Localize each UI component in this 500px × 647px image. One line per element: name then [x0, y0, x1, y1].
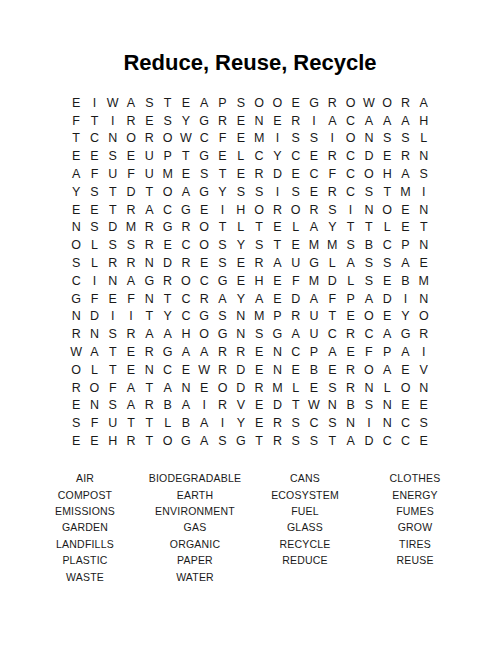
grid-cell-r18c16: B	[341, 397, 359, 415]
grid-cell-r4c1: E	[67, 147, 85, 165]
grid-cell-r8c1: N	[67, 219, 85, 237]
grid-cell-r2c10: E	[232, 112, 250, 130]
grid-cell-r19c8: A	[195, 414, 213, 432]
grid-cell-r9c15: M	[323, 236, 341, 254]
grid-cell-r12c2: F	[85, 290, 103, 308]
grid-cell-r4c9: E	[213, 147, 231, 165]
grid-cell-r20c4: R	[122, 432, 140, 450]
grid-cell-r10c19: A	[396, 254, 414, 272]
grid-cell-r10c16: A	[341, 254, 359, 272]
grid-cell-r18c10: V	[232, 397, 250, 415]
grid-cell-r7c15: S	[323, 201, 341, 219]
grid-cell-r14c10: N	[232, 325, 250, 343]
grid-cell-r1c16: O	[341, 94, 359, 112]
grid-cell-r2c15: A	[323, 112, 341, 130]
grid-cell-r5c6: M	[158, 165, 176, 183]
grid-cell-r13c4: I	[122, 308, 140, 326]
grid-cell-r20c3: H	[104, 432, 122, 450]
grid-cell-r16c17: O	[360, 361, 378, 379]
grid-cell-r1c11: O	[250, 94, 268, 112]
grid-cell-r12c17: A	[360, 290, 378, 308]
grid-cell-r3c11: M	[250, 130, 268, 148]
word-gas: GAS	[140, 519, 250, 535]
grid-cell-r17c8: E	[195, 379, 213, 397]
grid-cell-r8c11: T	[250, 219, 268, 237]
grid-cell-r16c14: B	[305, 361, 323, 379]
word-garden: GARDEN	[30, 519, 140, 535]
grid-cell-r4c14: E	[305, 147, 323, 165]
grid-cell-r3c20: L	[415, 130, 433, 148]
word-landfills: LANDFILLS	[30, 536, 140, 552]
grid-cell-r14c19: G	[396, 325, 414, 343]
grid-cell-r1c20: A	[415, 94, 433, 112]
grid-cell-r1c6: T	[158, 94, 176, 112]
grid-cell-r8c7: R	[177, 219, 195, 237]
grid-cell-r16c3: T	[104, 361, 122, 379]
grid-cell-r4c16: C	[341, 147, 359, 165]
grid-cell-r8c9: T	[213, 219, 231, 237]
grid-cell-r2c3: I	[104, 112, 122, 130]
grid-cell-r20c11: T	[250, 432, 268, 450]
grid-cell-r13c7: C	[177, 308, 195, 326]
grid-cell-r5c16: C	[341, 165, 359, 183]
grid-cell-r3c12: I	[268, 130, 286, 148]
grid-cell-r11c1: C	[67, 272, 85, 290]
grid-cell-r19c11: E	[250, 414, 268, 432]
grid-cell-r19c16: N	[341, 414, 359, 432]
grid-cell-r8c6: G	[158, 219, 176, 237]
grid-cell-r13c18: E	[378, 308, 396, 326]
grid-cell-r13c8: G	[195, 308, 213, 326]
grid-cell-r19c20: S	[415, 414, 433, 432]
grid-cell-r6c11: S	[250, 183, 268, 201]
word-environment: ENVIRONMENT	[140, 503, 250, 519]
grid-cell-r6c2: S	[85, 183, 103, 201]
grid-cell-r9c17: B	[360, 236, 378, 254]
grid-cell-r8c16: T	[341, 219, 359, 237]
grid-cell-r5c3: U	[104, 165, 122, 183]
grid-cell-r7c8: E	[195, 201, 213, 219]
grid-cell-r14c4: R	[122, 325, 140, 343]
grid-cell-r2c5: E	[140, 112, 158, 130]
grid-cell-r3c10: E	[232, 130, 250, 148]
grid-cell-r20c19: C	[396, 432, 414, 450]
grid-cell-r5c13: E	[287, 165, 305, 183]
grid-cell-r10c17: S	[360, 254, 378, 272]
grid-cell-r13c3: I	[104, 308, 122, 326]
grid-cell-r20c13: S	[287, 432, 305, 450]
grid-cell-r5c11: R	[250, 165, 268, 183]
grid-cell-r18c3: S	[104, 397, 122, 415]
grid-cell-r12c20: N	[415, 290, 433, 308]
grid-cell-r16c5: N	[140, 361, 158, 379]
grid-cell-r12c18: D	[378, 290, 396, 308]
grid-cell-r12c16: P	[341, 290, 359, 308]
puzzle-title: Reduce, Reuse, Recycle	[0, 50, 500, 76]
grid-cell-r4c3: S	[104, 147, 122, 165]
grid-cell-r19c13: S	[287, 414, 305, 432]
grid-cell-r12c15: F	[323, 290, 341, 308]
grid-cell-r14c20: R	[415, 325, 433, 343]
grid-cell-r14c3: S	[104, 325, 122, 343]
grid-cell-r19c6: L	[158, 414, 176, 432]
grid-cell-r1c14: G	[305, 94, 323, 112]
grid-cell-r9c13: E	[287, 236, 305, 254]
grid-cell-r12c6: T	[158, 290, 176, 308]
grid-cell-r3c9: F	[213, 130, 231, 148]
grid-cell-r11c3: N	[104, 272, 122, 290]
grid-cell-r14c2: N	[85, 325, 103, 343]
grid-cell-r1c5: S	[140, 94, 158, 112]
grid-cell-r11c11: H	[250, 272, 268, 290]
grid-cell-r19c18: N	[378, 414, 396, 432]
grid-cell-r2c8: G	[195, 112, 213, 130]
grid-cell-r20c9: S	[213, 432, 231, 450]
grid-cell-r12c11: A	[250, 290, 268, 308]
grid-cell-r14c14: U	[305, 325, 323, 343]
grid-cell-r15c5: R	[140, 343, 158, 361]
grid-cell-r4c10: L	[232, 147, 250, 165]
grid-cell-r1c19: R	[396, 94, 414, 112]
grid-cell-r12c4: F	[122, 290, 140, 308]
grid-cell-r9c16: S	[341, 236, 359, 254]
grid-cell-r2c17: A	[360, 112, 378, 130]
grid-cell-r5c19: A	[396, 165, 414, 183]
grid-cell-r19c15: S	[323, 414, 341, 432]
grid-cell-r2c11: N	[250, 112, 268, 130]
grid-cell-r2c20: H	[415, 112, 433, 130]
grid-cell-r19c5: T	[140, 414, 158, 432]
grid-cell-r9c9: S	[213, 236, 231, 254]
grid-cell-r5c4: F	[122, 165, 140, 183]
word-list: AIRBIODEGRADABLECANSCLOTHESCOMPOSTEARTHE…	[30, 470, 470, 585]
grid-cell-r18c6: B	[158, 397, 176, 415]
grid-cell-r10c12: A	[268, 254, 286, 272]
grid-cell-r14c5: A	[140, 325, 158, 343]
grid-cell-r2c1: F	[67, 112, 85, 130]
grid-cell-r10c14: G	[305, 254, 323, 272]
grid-cell-r7c7: G	[177, 201, 195, 219]
grid-cell-r4c17: D	[360, 147, 378, 165]
grid-cell-r12c19: I	[396, 290, 414, 308]
grid-cell-r2c14: I	[305, 112, 323, 130]
grid-cell-r9c11: S	[250, 236, 268, 254]
grid-cell-r17c12: M	[268, 379, 286, 397]
word-earth: EARTH	[140, 486, 250, 502]
grid-cell-r8c15: Y	[323, 219, 341, 237]
grid-cell-r7c2: E	[85, 201, 103, 219]
grid-cell-r6c14: E	[305, 183, 323, 201]
grid-cell-r1c7: E	[177, 94, 195, 112]
grid-cell-r4c5: U	[140, 147, 158, 165]
grid-cell-r6c8: G	[195, 183, 213, 201]
grid-cell-r5c2: F	[85, 165, 103, 183]
grid-cell-r17c14: E	[305, 379, 323, 397]
grid-cell-r11c7: O	[177, 272, 195, 290]
grid-cell-r1c2: I	[85, 94, 103, 112]
grid-cell-r17c5: T	[140, 379, 158, 397]
grid-cell-r4c18: E	[378, 147, 396, 165]
grid-cell-r19c12: R	[268, 414, 286, 432]
grid-cell-r3c3: N	[104, 130, 122, 148]
grid-cell-r4c8: G	[195, 147, 213, 165]
grid-cell-r16c20: V	[415, 361, 433, 379]
grid-cell-r9c1: O	[67, 236, 85, 254]
grid-cell-r10c1: S	[67, 254, 85, 272]
grid-cell-r15c19: A	[396, 343, 414, 361]
word-grow: GROW	[360, 519, 470, 535]
grid-cell-r1c18: O	[378, 94, 396, 112]
grid-cell-r19c4: T	[122, 414, 140, 432]
grid-cell-r1c4: A	[122, 94, 140, 112]
letter-grid: EIWASTEAPSOOEGROWORAFTIRESYGRENERIACAAAH…	[67, 94, 433, 450]
grid-cell-r19c3: U	[104, 414, 122, 432]
grid-cell-r3c2: C	[85, 130, 103, 148]
word-recycle: RECYCLE	[250, 536, 360, 552]
grid-cell-r11c12: E	[268, 272, 286, 290]
grid-cell-r11c2: I	[85, 272, 103, 290]
word-air: AIR	[30, 470, 140, 486]
grid-cell-r11c15: D	[323, 272, 341, 290]
grid-cell-r6c6: O	[158, 183, 176, 201]
grid-cell-r20c2: E	[85, 432, 103, 450]
grid-cell-r11c4: A	[122, 272, 140, 290]
word-waste: WASTE	[30, 568, 140, 584]
grid-cell-r2c7: Y	[177, 112, 195, 130]
grid-cell-r13c16: E	[341, 308, 359, 326]
grid-cell-r20c1: E	[67, 432, 85, 450]
grid-cell-r7c4: R	[122, 201, 140, 219]
grid-cell-r3c1: T	[67, 130, 85, 148]
grid-cell-r18c2: N	[85, 397, 103, 415]
grid-cell-r15c12: N	[268, 343, 286, 361]
grid-cell-r7c14: R	[305, 201, 323, 219]
grid-cell-r7c11: O	[250, 201, 268, 219]
grid-cell-r9c10: Y	[232, 236, 250, 254]
grid-cell-r17c4: A	[122, 379, 140, 397]
grid-cell-r6c13: S	[287, 183, 305, 201]
grid-cell-r14c15: C	[323, 325, 341, 343]
grid-cell-r17c18: L	[378, 379, 396, 397]
grid-cell-r1c3: W	[104, 94, 122, 112]
grid-cell-r8c2: S	[85, 219, 103, 237]
grid-cell-r11c19: B	[396, 272, 414, 290]
grid-cell-r8c14: A	[305, 219, 323, 237]
grid-cell-r16c2: L	[85, 361, 103, 379]
grid-cell-r3c17: N	[360, 130, 378, 148]
grid-cell-r8c17: T	[360, 219, 378, 237]
grid-cell-r3c7: W	[177, 130, 195, 148]
grid-cell-r8c18: L	[378, 219, 396, 237]
grid-cell-r11c16: L	[341, 272, 359, 290]
grid-cell-r9c18: C	[378, 236, 396, 254]
grid-cell-r16c11: E	[250, 361, 268, 379]
grid-cell-r8c13: L	[287, 219, 305, 237]
grid-cell-r3c6: O	[158, 130, 176, 148]
grid-cell-r5c8: S	[195, 165, 213, 183]
word-biodegradable: BIODEGRADABLE	[140, 470, 250, 486]
grid-cell-r18c19: E	[396, 397, 414, 415]
grid-cell-r4c4: E	[122, 147, 140, 165]
grid-cell-r13c6: Y	[158, 308, 176, 326]
grid-cell-r9c5: R	[140, 236, 158, 254]
grid-cell-r12c7: C	[177, 290, 195, 308]
grid-cell-r5c14: C	[305, 165, 323, 183]
grid-cell-r20c7: G	[177, 432, 195, 450]
grid-cell-r7c3: T	[104, 201, 122, 219]
grid-cell-r13c15: T	[323, 308, 341, 326]
grid-cell-r10c10: E	[232, 254, 250, 272]
grid-cell-r6c19: M	[396, 183, 414, 201]
grid-cell-r2c2: T	[85, 112, 103, 130]
grid-cell-r3c19: S	[396, 130, 414, 148]
grid-cell-r4c12: Y	[268, 147, 286, 165]
grid-cell-r4c20: N	[415, 147, 433, 165]
grid-cell-r18c7: A	[177, 397, 195, 415]
grid-cell-r7c5: A	[140, 201, 158, 219]
grid-cell-r20c14: S	[305, 432, 323, 450]
grid-cell-r15c17: F	[360, 343, 378, 361]
grid-cell-r15c1: W	[67, 343, 85, 361]
grid-cell-r6c4: D	[122, 183, 140, 201]
grid-cell-r14c12: G	[268, 325, 286, 343]
grid-cell-r6c20: I	[415, 183, 433, 201]
grid-cell-r20c20: E	[415, 432, 433, 450]
grid-cell-r4c13: C	[287, 147, 305, 165]
grid-cell-r4c11: C	[250, 147, 268, 165]
grid-cell-r9c6: E	[158, 236, 176, 254]
grid-cell-r10c5: N	[140, 254, 158, 272]
grid-cell-r1c15: R	[323, 94, 341, 112]
grid-cell-r12c5: N	[140, 290, 158, 308]
grid-cell-r4c7: T	[177, 147, 195, 165]
word-compost: COMPOST	[30, 486, 140, 502]
grid-cell-r5c18: H	[378, 165, 396, 183]
word-paper: PAPER	[140, 552, 250, 568]
grid-cell-r19c17: I	[360, 414, 378, 432]
word-glass: GLASS	[250, 519, 360, 535]
grid-cell-r16c15: E	[323, 361, 341, 379]
grid-cell-r14c1: R	[67, 325, 85, 343]
grid-cell-r2c12: E	[268, 112, 286, 130]
grid-cell-r10c7: R	[177, 254, 195, 272]
grid-cell-r15c13: C	[287, 343, 305, 361]
grid-cell-r16c16: R	[341, 361, 359, 379]
grid-cell-r7c6: C	[158, 201, 176, 219]
grid-cell-r6c10: S	[232, 183, 250, 201]
grid-cell-r4c19: R	[396, 147, 414, 165]
grid-cell-r11c9: G	[213, 272, 231, 290]
grid-cell-r14c7: H	[177, 325, 195, 343]
grid-cell-r18c11: E	[250, 397, 268, 415]
grid-cell-r10c13: U	[287, 254, 305, 272]
grid-cell-r6c7: A	[177, 183, 195, 201]
grid-cell-r16c18: A	[378, 361, 396, 379]
grid-cell-r9c14: M	[305, 236, 323, 254]
grid-cell-r16c4: E	[122, 361, 140, 379]
grid-cell-r6c1: Y	[67, 183, 85, 201]
grid-cell-r10c20: E	[415, 254, 433, 272]
word-cans: CANS	[250, 470, 360, 486]
grid-cell-r17c2: O	[85, 379, 103, 397]
grid-cell-r7c18: O	[378, 201, 396, 219]
grid-cell-r3c16: O	[341, 130, 359, 148]
grid-cell-r15c6: G	[158, 343, 176, 361]
grid-cell-r16c9: R	[213, 361, 231, 379]
grid-cell-r13c13: R	[287, 308, 305, 326]
grid-cell-r20c12: R	[268, 432, 286, 450]
grid-cell-r9c8: O	[195, 236, 213, 254]
grid-cell-r1c8: A	[195, 94, 213, 112]
grid-cell-r1c10: S	[232, 94, 250, 112]
grid-cell-r19c9: I	[213, 414, 231, 432]
grid-cell-r8c4: M	[122, 219, 140, 237]
grid-cell-r10c11: R	[250, 254, 268, 272]
grid-cell-r20c16: A	[341, 432, 359, 450]
grid-cell-r9c7: C	[177, 236, 195, 254]
grid-cell-r1c17: W	[360, 94, 378, 112]
grid-cell-r12c8: R	[195, 290, 213, 308]
grid-cell-r19c1: S	[67, 414, 85, 432]
word-fuel: FUEL	[250, 503, 360, 519]
grid-cell-r17c1: R	[67, 379, 85, 397]
grid-cell-r12c9: A	[213, 290, 231, 308]
word-ecosystem: ECOSYSTEM	[250, 486, 360, 502]
grid-cell-r11c17: S	[360, 272, 378, 290]
grid-cell-r13c12: P	[268, 308, 286, 326]
word-empty	[250, 568, 360, 584]
grid-cell-r18c4: A	[122, 397, 140, 415]
grid-cell-r15c18: P	[378, 343, 396, 361]
grid-cell-r17c16: R	[341, 379, 359, 397]
grid-cell-r6c3: T	[104, 183, 122, 201]
grid-cell-r8c8: O	[195, 219, 213, 237]
grid-cell-r6c16: C	[341, 183, 359, 201]
grid-cell-r12c1: G	[67, 290, 85, 308]
grid-cell-r11c20: M	[415, 272, 433, 290]
grid-cell-r8c5: R	[140, 219, 158, 237]
word-reduce: REDUCE	[250, 552, 360, 568]
grid-cell-r1c9: P	[213, 94, 231, 112]
grid-cell-r5c9: T	[213, 165, 231, 183]
grid-cell-r11c18: E	[378, 272, 396, 290]
grid-cell-r5c15: F	[323, 165, 341, 183]
grid-cell-r17c6: A	[158, 379, 176, 397]
grid-cell-r14c18: A	[378, 325, 396, 343]
grid-cell-r11c14: M	[305, 272, 323, 290]
grid-cell-r10c6: D	[158, 254, 176, 272]
grid-cell-r2c18: A	[378, 112, 396, 130]
grid-cell-r18c17: S	[360, 397, 378, 415]
grid-cell-r16c6: C	[158, 361, 176, 379]
grid-cell-r14c6: A	[158, 325, 176, 343]
grid-cell-r18c1: E	[67, 397, 85, 415]
grid-cell-r5c12: D	[268, 165, 286, 183]
grid-cell-r9c19: P	[396, 236, 414, 254]
grid-cell-r13c5: T	[140, 308, 158, 326]
word-energy: ENERGY	[360, 486, 470, 502]
grid-cell-r11c13: F	[287, 272, 305, 290]
grid-cell-r3c18: S	[378, 130, 396, 148]
grid-cell-r8c19: E	[396, 219, 414, 237]
grid-cell-r13c14: U	[305, 308, 323, 326]
grid-cell-r15c9: R	[213, 343, 231, 361]
grid-cell-r7c16: I	[341, 201, 359, 219]
grid-cell-r1c13: E	[287, 94, 305, 112]
grid-cell-r17c20: N	[415, 379, 433, 397]
grid-cell-r19c2: F	[85, 414, 103, 432]
grid-cell-r15c7: A	[177, 343, 195, 361]
